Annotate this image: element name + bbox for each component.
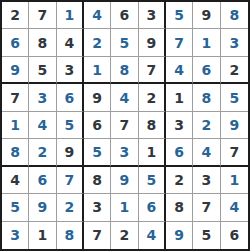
cell-r7c2[interactable]: 6 [29, 167, 56, 194]
cell-r6c1[interactable]: 8 [2, 139, 29, 166]
cell-r6c5[interactable]: 3 [111, 139, 138, 166]
cell-r6c3[interactable]: 9 [57, 139, 84, 166]
cell-r9c7[interactable]: 9 [166, 222, 193, 249]
cell-r8c8[interactable]: 7 [193, 194, 220, 221]
cell-r3c3[interactable]: 3 [57, 57, 84, 84]
cell-r2c4[interactable]: 2 [84, 29, 111, 56]
cell-r3c6[interactable]: 7 [139, 57, 166, 84]
cell-r8c1[interactable]: 5 [2, 194, 29, 221]
cell-r4c5[interactable]: 4 [111, 84, 138, 111]
cell-r1c1[interactable]: 2 [2, 2, 29, 29]
cell-r1c3[interactable]: 1 [57, 2, 84, 29]
cell-r7c3[interactable]: 7 [57, 167, 84, 194]
cell-r9c5[interactable]: 2 [111, 222, 138, 249]
cell-r2c7[interactable]: 7 [166, 29, 193, 56]
cell-r3c7[interactable]: 4 [166, 57, 193, 84]
cell-r3c5[interactable]: 8 [111, 57, 138, 84]
cell-r6c8[interactable]: 4 [193, 139, 220, 166]
cell-r3c1[interactable]: 9 [2, 57, 29, 84]
cell-r3c9[interactable]: 2 [221, 57, 248, 84]
cell-r2c3[interactable]: 4 [57, 29, 84, 56]
cell-r4c4[interactable]: 9 [84, 84, 111, 111]
cell-r7c9[interactable]: 1 [221, 167, 248, 194]
cell-r1c6[interactable]: 3 [139, 2, 166, 29]
cell-r4c3[interactable]: 6 [57, 84, 84, 111]
cell-r2c6[interactable]: 9 [139, 29, 166, 56]
cell-r9c3[interactable]: 8 [57, 222, 84, 249]
cell-r9c9[interactable]: 6 [221, 222, 248, 249]
cell-r3c8[interactable]: 6 [193, 57, 220, 84]
cell-r6c9[interactable]: 7 [221, 139, 248, 166]
cell-r6c6[interactable]: 1 [139, 139, 166, 166]
cell-r4c2[interactable]: 3 [29, 84, 56, 111]
cell-r5c9[interactable]: 9 [221, 112, 248, 139]
cell-r6c2[interactable]: 2 [29, 139, 56, 166]
cell-r1c5[interactable]: 6 [111, 2, 138, 29]
cell-r8c3[interactable]: 2 [57, 194, 84, 221]
cell-r2c9[interactable]: 3 [221, 29, 248, 56]
cell-r4c1[interactable]: 7 [2, 84, 29, 111]
cell-r4c9[interactable]: 5 [221, 84, 248, 111]
cell-r9c4[interactable]: 7 [84, 222, 111, 249]
cell-r8c7[interactable]: 8 [166, 194, 193, 221]
cell-r5c1[interactable]: 1 [2, 112, 29, 139]
cell-r7c5[interactable]: 9 [111, 167, 138, 194]
cell-r2c1[interactable]: 6 [2, 29, 29, 56]
cell-r9c2[interactable]: 1 [29, 222, 56, 249]
cell-r1c2[interactable]: 7 [29, 2, 56, 29]
cell-r1c8[interactable]: 9 [193, 2, 220, 29]
cell-r2c8[interactable]: 1 [193, 29, 220, 56]
cell-r2c5[interactable]: 5 [111, 29, 138, 56]
cell-r5c2[interactable]: 4 [29, 112, 56, 139]
cell-r4c6[interactable]: 2 [139, 84, 166, 111]
cell-r8c2[interactable]: 9 [29, 194, 56, 221]
cell-r1c9[interactable]: 8 [221, 2, 248, 29]
cell-r3c2[interactable]: 5 [29, 57, 56, 84]
cell-r8c4[interactable]: 3 [84, 194, 111, 221]
cell-r5c5[interactable]: 7 [111, 112, 138, 139]
cell-r5c6[interactable]: 8 [139, 112, 166, 139]
cell-r7c1[interactable]: 4 [2, 167, 29, 194]
cell-r7c8[interactable]: 3 [193, 167, 220, 194]
cell-r6c4[interactable]: 5 [84, 139, 111, 166]
cell-r5c7[interactable]: 3 [166, 112, 193, 139]
cell-r1c4[interactable]: 4 [84, 2, 111, 29]
cell-r4c7[interactable]: 1 [166, 84, 193, 111]
cell-r6c7[interactable]: 6 [166, 139, 193, 166]
cell-r8c5[interactable]: 1 [111, 194, 138, 221]
cell-r9c6[interactable]: 4 [139, 222, 166, 249]
cell-r5c4[interactable]: 6 [84, 112, 111, 139]
cell-r5c8[interactable]: 2 [193, 112, 220, 139]
cell-r7c7[interactable]: 2 [166, 167, 193, 194]
sudoku-board: 2714635986842597139531874627369421851456… [0, 0, 250, 251]
cell-r9c1[interactable]: 3 [2, 222, 29, 249]
cell-r1c7[interactable]: 5 [166, 2, 193, 29]
cell-r2c2[interactable]: 8 [29, 29, 56, 56]
cell-r7c6[interactable]: 5 [139, 167, 166, 194]
cell-r3c4[interactable]: 1 [84, 57, 111, 84]
cell-r4c8[interactable]: 8 [193, 84, 220, 111]
cell-r8c6[interactable]: 6 [139, 194, 166, 221]
cell-r7c4[interactable]: 8 [84, 167, 111, 194]
cell-r5c3[interactable]: 5 [57, 112, 84, 139]
cell-r9c8[interactable]: 5 [193, 222, 220, 249]
cell-r8c9[interactable]: 4 [221, 194, 248, 221]
